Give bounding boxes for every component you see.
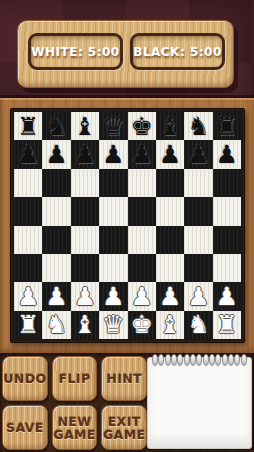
piece-white-pawn[interactable]: ♟ xyxy=(130,284,152,309)
black-clock-label: BLACK: 5:00 xyxy=(133,45,222,59)
piece-black-pawn[interactable]: ♟ xyxy=(102,142,124,167)
square-f7[interactable]: ♟ xyxy=(156,140,184,168)
square-b4[interactable] xyxy=(42,226,70,254)
square-d2[interactable]: ♟ xyxy=(99,282,127,310)
square-g2[interactable]: ♟ xyxy=(184,282,212,310)
square-f4[interactable] xyxy=(156,226,184,254)
spiral-ring-icon xyxy=(222,354,228,365)
piece-white-pawn[interactable]: ♟ xyxy=(216,284,238,309)
spiral-ring-icon xyxy=(203,354,209,365)
control-buttons: UNDO FLIP HINT SAVE NEW GAME EXIT GAME xyxy=(2,356,147,450)
piece-black-knight[interactable]: ♞ xyxy=(45,114,67,139)
square-e6[interactable] xyxy=(128,169,156,197)
chess-board: ♜♞♝♛♚♝♞♜♟♟♟♟♟♟♟♟♟♟♟♟♟♟♟♟♜♞♝♛♚♝♞♜ xyxy=(14,112,241,339)
piece-white-bishop[interactable]: ♝ xyxy=(74,312,96,337)
piece-black-rook[interactable]: ♜ xyxy=(216,114,238,139)
square-h2[interactable]: ♟ xyxy=(213,282,241,310)
piece-black-rook[interactable]: ♜ xyxy=(17,114,39,139)
square-h5[interactable] xyxy=(213,197,241,225)
square-e1[interactable]: ♚ xyxy=(128,311,156,339)
square-c6[interactable] xyxy=(71,169,99,197)
piece-black-pawn[interactable]: ♟ xyxy=(130,142,152,167)
piece-white-pawn[interactable]: ♟ xyxy=(74,284,96,309)
square-d5[interactable] xyxy=(99,197,127,225)
undo-button[interactable]: UNDO xyxy=(2,356,48,401)
square-a5[interactable] xyxy=(14,197,42,225)
clock-panel: WHITE: 5:00 BLACK: 5:00 xyxy=(17,20,234,88)
square-a2[interactable]: ♟ xyxy=(14,282,42,310)
square-a7[interactable]: ♟ xyxy=(14,140,42,168)
piece-white-queen[interactable]: ♛ xyxy=(102,312,124,337)
square-e5[interactable] xyxy=(128,197,156,225)
square-g7[interactable]: ♟ xyxy=(184,140,212,168)
spiral-ring-icon xyxy=(215,354,221,365)
square-c1[interactable]: ♝ xyxy=(71,311,99,339)
board-frame: ♜♞♝♛♚♝♞♜♟♟♟♟♟♟♟♟♟♟♟♟♟♟♟♟♜♞♝♛♚♝♞♜ xyxy=(10,108,245,343)
square-e3[interactable] xyxy=(128,254,156,282)
square-f8[interactable]: ♝ xyxy=(156,112,184,140)
white-clock-label: WHITE: 5:00 xyxy=(31,45,119,59)
square-b5[interactable] xyxy=(42,197,70,225)
piece-white-rook[interactable]: ♜ xyxy=(17,312,39,337)
square-a8[interactable]: ♜ xyxy=(14,112,42,140)
piece-black-pawn[interactable]: ♟ xyxy=(17,142,39,167)
square-h4[interactable] xyxy=(213,226,241,254)
square-h3[interactable] xyxy=(213,254,241,282)
save-button[interactable]: SAVE xyxy=(2,405,48,450)
square-b6[interactable] xyxy=(42,169,70,197)
spiral-ring-icon xyxy=(171,354,177,365)
piece-black-pawn[interactable]: ♟ xyxy=(74,142,96,167)
square-a6[interactable] xyxy=(14,169,42,197)
move-list xyxy=(154,368,245,444)
piece-black-pawn[interactable]: ♟ xyxy=(159,142,181,167)
square-c5[interactable] xyxy=(71,197,99,225)
square-c2[interactable]: ♟ xyxy=(71,282,99,310)
piece-white-pawn[interactable]: ♟ xyxy=(45,284,67,309)
piece-black-pawn[interactable]: ♟ xyxy=(45,142,67,167)
black-clock: BLACK: 5:00 xyxy=(130,33,225,70)
piece-black-king[interactable]: ♚ xyxy=(130,114,152,139)
spiral-ring-icon xyxy=(196,354,202,365)
square-d1[interactable]: ♛ xyxy=(99,311,127,339)
piece-white-knight[interactable]: ♞ xyxy=(45,312,67,337)
square-b3[interactable] xyxy=(42,254,70,282)
hint-button[interactable]: HINT xyxy=(101,356,147,401)
new-game-button[interactable]: NEW GAME xyxy=(52,405,98,450)
square-c8[interactable]: ♝ xyxy=(71,112,99,140)
square-d4[interactable] xyxy=(99,226,127,254)
square-g1[interactable]: ♞ xyxy=(184,311,212,339)
square-b1[interactable]: ♞ xyxy=(42,311,70,339)
piece-white-rook[interactable]: ♜ xyxy=(216,312,238,337)
square-e2[interactable]: ♟ xyxy=(128,282,156,310)
square-f3[interactable] xyxy=(156,254,184,282)
flip-button[interactable]: FLIP xyxy=(52,356,98,401)
spiral-ring-icon xyxy=(234,354,240,365)
piece-black-bishop[interactable]: ♝ xyxy=(74,114,96,139)
spiral-ring-icon xyxy=(190,354,196,365)
square-a1[interactable]: ♜ xyxy=(14,311,42,339)
square-d7[interactable]: ♟ xyxy=(99,140,127,168)
square-f2[interactable]: ♟ xyxy=(156,282,184,310)
square-g6[interactable] xyxy=(184,169,212,197)
square-g5[interactable] xyxy=(184,197,212,225)
piece-white-knight[interactable]: ♞ xyxy=(187,312,209,337)
square-f1[interactable]: ♝ xyxy=(156,311,184,339)
move-notepad xyxy=(147,357,252,449)
spiral-ring-icon xyxy=(228,354,234,365)
spiral-ring-icon xyxy=(177,354,183,365)
square-c7[interactable]: ♟ xyxy=(71,140,99,168)
square-h1[interactable]: ♜ xyxy=(213,311,241,339)
square-e8[interactable]: ♚ xyxy=(128,112,156,140)
square-h8[interactable]: ♜ xyxy=(213,112,241,140)
piece-black-bishop[interactable]: ♝ xyxy=(159,114,181,139)
square-c4[interactable] xyxy=(71,226,99,254)
piece-black-pawn[interactable]: ♟ xyxy=(187,142,209,167)
square-f6[interactable] xyxy=(156,169,184,197)
piece-white-pawn[interactable]: ♟ xyxy=(159,284,181,309)
piece-white-king[interactable]: ♚ xyxy=(130,312,152,337)
square-g3[interactable] xyxy=(184,254,212,282)
spiral-ring-icon xyxy=(152,354,158,365)
square-g4[interactable] xyxy=(184,226,212,254)
square-b7[interactable]: ♟ xyxy=(42,140,70,168)
square-b8[interactable]: ♞ xyxy=(42,112,70,140)
spiral-ring-icon xyxy=(209,354,215,365)
piece-black-queen[interactable]: ♛ xyxy=(102,114,124,139)
square-e7[interactable]: ♟ xyxy=(128,140,156,168)
square-e4[interactable] xyxy=(128,226,156,254)
spiral-binding xyxy=(152,354,247,364)
piece-black-knight[interactable]: ♞ xyxy=(187,114,209,139)
square-d3[interactable] xyxy=(99,254,127,282)
exit-game-button[interactable]: EXIT GAME xyxy=(101,405,147,450)
square-c3[interactable] xyxy=(71,254,99,282)
piece-white-pawn[interactable]: ♟ xyxy=(102,284,124,309)
piece-white-pawn[interactable]: ♟ xyxy=(17,284,39,309)
spiral-ring-icon xyxy=(165,354,171,365)
spiral-ring-icon xyxy=(241,354,247,365)
spiral-ring-icon xyxy=(184,354,190,365)
square-d6[interactable] xyxy=(99,169,127,197)
white-clock: WHITE: 5:00 xyxy=(28,33,123,70)
piece-white-bishop[interactable]: ♝ xyxy=(159,312,181,337)
square-d8[interactable]: ♛ xyxy=(99,112,127,140)
square-a3[interactable] xyxy=(14,254,42,282)
piece-black-pawn[interactable]: ♟ xyxy=(216,142,238,167)
square-g8[interactable]: ♞ xyxy=(184,112,212,140)
square-h6[interactable] xyxy=(213,169,241,197)
square-b2[interactable]: ♟ xyxy=(42,282,70,310)
spiral-ring-icon xyxy=(158,354,164,365)
square-h7[interactable]: ♟ xyxy=(213,140,241,168)
piece-white-pawn[interactable]: ♟ xyxy=(187,284,209,309)
square-a4[interactable] xyxy=(14,226,42,254)
square-f5[interactable] xyxy=(156,197,184,225)
